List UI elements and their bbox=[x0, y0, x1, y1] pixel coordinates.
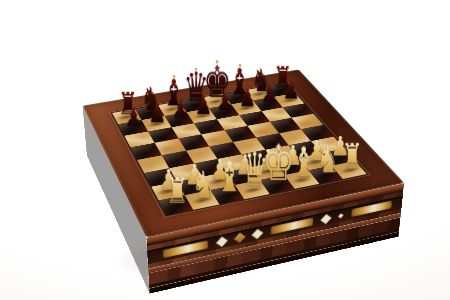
black-pawn-a7[interactable]: ♟ bbox=[112, 105, 157, 130]
amber-inlay-diamond bbox=[252, 229, 264, 239]
amber-inlay-diamond bbox=[216, 236, 228, 246]
square-a6[interactable] bbox=[124, 131, 154, 147]
chess-board: ♜♞♝♛♚♝♞♜♟♟♟♟♟♟♟♟♟♟♟♟♟♟♟♟♜♞♝♛♚♝♞♜ bbox=[112, 83, 366, 215]
chess-set: ♜♞♝♛♚♝♞♜♟♟♟♟♟♟♟♟♟♟♟♟♟♟♟♟♜♞♝♛♚♝♞♜ bbox=[82, 69, 404, 237]
photo-background: ♜♞♝♛♚♝♞♜♟♟♟♟♟♟♟♟♟♟♟♟♟♟♟♟♜♞♝♛♚♝♞♜ bbox=[0, 0, 450, 300]
amber-inlay-diamond bbox=[234, 232, 246, 242]
chess-piece-glyph: ♟ bbox=[125, 105, 143, 130]
white-rook-a1[interactable]: ♜ bbox=[152, 173, 203, 209]
amber-inlay-diamond bbox=[320, 214, 331, 224]
square-a1[interactable]: ♜ bbox=[159, 195, 193, 215]
chess-piece-glyph: ♜ bbox=[166, 173, 189, 209]
amber-inlay-dot bbox=[338, 213, 344, 218]
